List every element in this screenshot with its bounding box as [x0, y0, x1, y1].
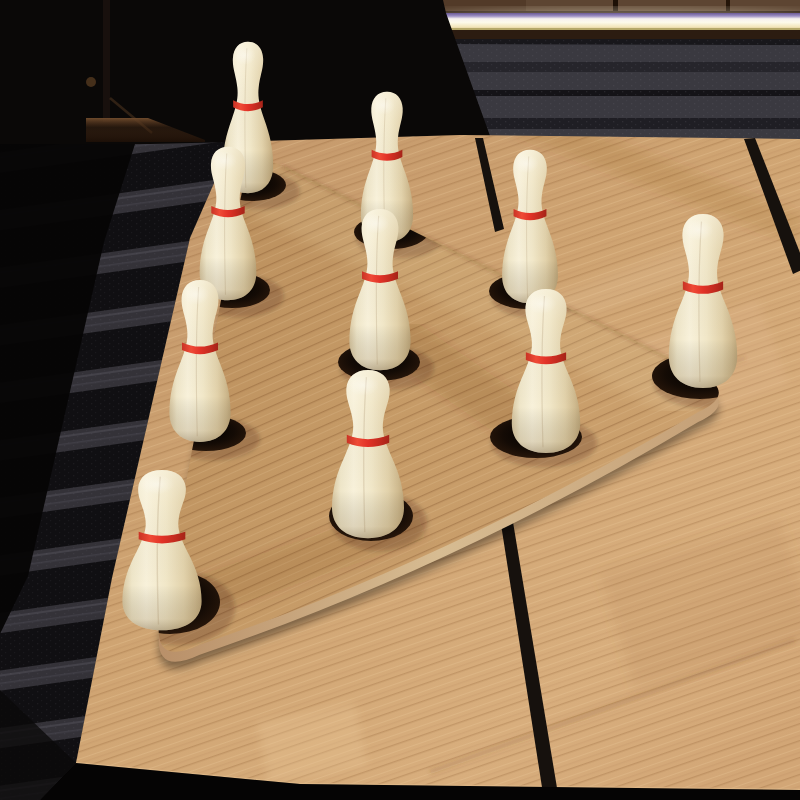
furniture-knot	[86, 77, 96, 87]
bowling-scene-svg	[0, 0, 800, 800]
cabinet-kick-strip	[446, 30, 800, 40]
carpet-upper-band	[452, 39, 800, 140]
tabletop-bowling-photo	[0, 0, 800, 800]
